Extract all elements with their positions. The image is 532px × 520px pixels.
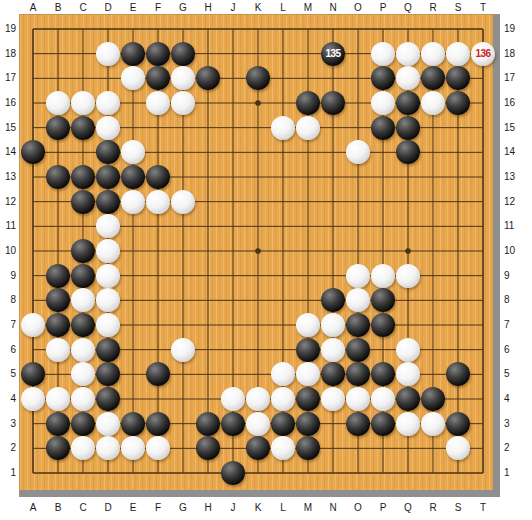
col-label-bottom-E: E (123, 502, 143, 514)
row-label-left-12: 12 (1, 196, 16, 208)
white-stone-D15[interactable] (96, 116, 120, 140)
black-stone-N5[interactable] (321, 362, 345, 386)
col-label-top-E: E (123, 2, 143, 14)
black-stone-S17[interactable] (446, 66, 470, 90)
col-label-top-C: C (73, 2, 93, 14)
white-stone-C2[interactable] (71, 436, 95, 460)
black-stone-P15[interactable] (371, 116, 395, 140)
row-label-right-16: 16 (504, 97, 526, 109)
col-label-top-L: L (273, 2, 293, 14)
col-label-top-T: T (473, 2, 493, 14)
row-label-right-10: 10 (504, 245, 526, 257)
white-stone-Q6[interactable] (396, 338, 420, 362)
black-stone-B9[interactable] (46, 264, 70, 288)
white-stone-F16[interactable] (146, 91, 170, 115)
black-stone-O5[interactable] (346, 362, 370, 386)
white-stone-G12[interactable] (171, 190, 195, 214)
black-stone-F18[interactable] (146, 42, 170, 66)
row-label-right-8: 8 (504, 294, 526, 306)
col-label-bottom-G: G (173, 502, 193, 514)
white-stone-E17[interactable] (121, 66, 145, 90)
white-stone-N7[interactable] (321, 313, 345, 337)
black-stone-B15[interactable] (46, 116, 70, 140)
white-stone-D8[interactable] (96, 288, 120, 312)
black-stone-B2[interactable] (46, 436, 70, 460)
col-label-bottom-O: O (348, 502, 368, 514)
black-stone-L3[interactable] (271, 412, 295, 436)
black-stone-P7[interactable] (371, 313, 395, 337)
white-stone-C16[interactable] (71, 91, 95, 115)
white-stone-N4[interactable] (321, 387, 345, 411)
white-stone-S2[interactable] (446, 436, 470, 460)
white-stone-E14[interactable] (121, 140, 145, 164)
col-label-bottom-B: B (48, 502, 68, 514)
white-stone-J4[interactable] (221, 387, 245, 411)
black-stone-Q16[interactable] (396, 91, 420, 115)
move-number-136: 136 (471, 42, 495, 66)
black-stone-P17[interactable] (371, 66, 395, 90)
col-label-top-Q: Q (398, 2, 418, 14)
black-stone-R4[interactable] (421, 387, 445, 411)
white-stone-Q5[interactable] (396, 362, 420, 386)
white-stone-O9[interactable] (346, 264, 370, 288)
col-label-top-P: P (373, 2, 393, 14)
col-label-bottom-F: F (148, 502, 168, 514)
row-label-right-3: 3 (504, 418, 526, 430)
row-label-left-1: 1 (1, 467, 16, 479)
black-stone-Q4[interactable] (396, 387, 420, 411)
black-stone-F17[interactable] (146, 66, 170, 90)
row-label-left-8: 8 (1, 294, 16, 306)
white-stone-D16[interactable] (96, 91, 120, 115)
white-stone-Q18[interactable] (396, 42, 420, 66)
white-stone-R3[interactable] (421, 412, 445, 436)
white-stone-L5[interactable] (271, 362, 295, 386)
col-label-bottom-L: L (273, 502, 293, 514)
white-stone-C4[interactable] (71, 387, 95, 411)
white-stone-B6[interactable] (46, 338, 70, 362)
col-label-top-K: K (248, 2, 268, 14)
white-stone-B16[interactable] (46, 91, 70, 115)
row-label-right-6: 6 (504, 344, 526, 356)
white-stone-S18[interactable] (446, 42, 470, 66)
white-stone-K4[interactable] (246, 387, 270, 411)
row-label-right-15: 15 (504, 122, 526, 134)
white-stone-B4[interactable] (46, 387, 70, 411)
black-stone-C3[interactable] (71, 412, 95, 436)
col-label-bottom-A: A (23, 502, 43, 514)
col-label-bottom-K: K (248, 502, 268, 514)
black-stone-N8[interactable] (321, 288, 345, 312)
row-label-left-6: 6 (1, 344, 16, 356)
col-label-top-G: G (173, 2, 193, 14)
white-stone-C6[interactable] (71, 338, 95, 362)
white-stone-P16[interactable] (371, 91, 395, 115)
black-stone-E3[interactable] (121, 412, 145, 436)
col-label-top-M: M (298, 2, 318, 14)
black-stone-O3[interactable] (346, 412, 370, 436)
row-label-right-11: 11 (504, 220, 526, 232)
col-label-bottom-P: P (373, 502, 393, 514)
row-label-left-2: 2 (1, 442, 16, 454)
col-label-bottom-T: T (473, 502, 493, 514)
black-stone-S3[interactable] (446, 412, 470, 436)
white-stone-C5[interactable] (71, 362, 95, 386)
black-stone-O7[interactable] (346, 313, 370, 337)
white-stone-O4[interactable] (346, 387, 370, 411)
white-stone-C8[interactable] (71, 288, 95, 312)
black-stone-Q15[interactable] (396, 116, 420, 140)
white-stone-P4[interactable] (371, 387, 395, 411)
col-label-bottom-H: H (198, 502, 218, 514)
white-stone-E2[interactable] (121, 436, 145, 460)
black-stone-G18[interactable] (171, 42, 195, 66)
go-board[interactable]: 135136 (19, 14, 500, 497)
white-stone-N6[interactable] (321, 338, 345, 362)
col-label-top-H: H (198, 2, 218, 14)
black-stone-F5[interactable] (146, 362, 170, 386)
white-stone-L2[interactable] (271, 436, 295, 460)
row-label-right-12: 12 (504, 196, 526, 208)
white-stone-A4[interactable] (21, 387, 45, 411)
move-136-stone[interactable]: 136 (471, 42, 495, 66)
col-label-bottom-D: D (98, 502, 118, 514)
row-label-left-13: 13 (1, 171, 16, 183)
black-stone-S5[interactable] (446, 362, 470, 386)
white-stone-K3[interactable] (246, 412, 270, 436)
white-stone-P9[interactable] (371, 264, 395, 288)
col-label-bottom-M: M (298, 502, 318, 514)
col-label-top-B: B (48, 2, 68, 14)
row-label-right-1: 1 (504, 467, 526, 479)
row-label-right-19: 19 (504, 23, 526, 35)
white-stone-G16[interactable] (171, 91, 195, 115)
col-label-top-O: O (348, 2, 368, 14)
row-label-left-3: 3 (1, 418, 16, 430)
white-stone-Q9[interactable] (396, 264, 420, 288)
white-stone-O14[interactable] (346, 140, 370, 164)
black-stone-H17[interactable] (196, 66, 220, 90)
black-stone-K2[interactable] (246, 436, 270, 460)
black-stone-E13[interactable] (121, 165, 145, 189)
black-stone-O6[interactable] (346, 338, 370, 362)
black-stone-C10[interactable] (71, 239, 95, 263)
row-label-left-14: 14 (1, 146, 16, 158)
black-stone-P8[interactable] (371, 288, 395, 312)
black-stone-D14[interactable] (96, 140, 120, 164)
white-stone-D7[interactable] (96, 313, 120, 337)
white-stone-D18[interactable] (96, 42, 120, 66)
white-stone-L15[interactable] (271, 116, 295, 140)
black-stone-M3[interactable] (296, 412, 320, 436)
black-stone-B13[interactable] (46, 165, 70, 189)
black-stone-B7[interactable] (46, 313, 70, 337)
black-stone-M4[interactable] (296, 387, 320, 411)
row-label-left-7: 7 (1, 319, 16, 331)
row-label-right-7: 7 (504, 319, 526, 331)
black-stone-Q14[interactable] (396, 140, 420, 164)
black-stone-J3[interactable] (221, 412, 245, 436)
white-stone-E12[interactable] (121, 190, 145, 214)
col-label-top-N: N (323, 2, 343, 14)
col-label-top-D: D (98, 2, 118, 14)
col-label-bottom-Q: Q (398, 502, 418, 514)
white-stone-Q3[interactable] (396, 412, 420, 436)
row-label-left-11: 11 (1, 220, 16, 232)
black-stone-H2[interactable] (196, 436, 220, 460)
row-label-left-9: 9 (1, 270, 16, 282)
black-stone-A5[interactable] (21, 362, 45, 386)
row-label-right-17: 17 (504, 72, 526, 84)
white-stone-P18[interactable] (371, 42, 395, 66)
move-135-stone[interactable]: 135 (321, 42, 345, 66)
col-label-bottom-S: S (448, 502, 468, 514)
black-stone-D12[interactable] (96, 190, 120, 214)
white-stone-M7[interactable] (296, 313, 320, 337)
black-stone-E18[interactable] (121, 42, 145, 66)
row-label-right-13: 13 (504, 171, 526, 183)
white-stone-G6[interactable] (171, 338, 195, 362)
move-number-135: 135 (321, 42, 345, 66)
white-stone-M5[interactable] (296, 362, 320, 386)
black-stone-N16[interactable] (321, 91, 345, 115)
black-stone-D13[interactable] (96, 165, 120, 189)
black-stone-B3[interactable] (46, 412, 70, 436)
white-stone-G17[interactable] (171, 66, 195, 90)
black-stone-B8[interactable] (46, 288, 70, 312)
black-stone-D6[interactable] (96, 338, 120, 362)
white-stone-M15[interactable] (296, 116, 320, 140)
row-label-left-18: 18 (1, 48, 16, 60)
black-stone-C13[interactable] (71, 165, 95, 189)
row-label-left-17: 17 (1, 72, 16, 84)
black-stone-K17[interactable] (246, 66, 270, 90)
black-stone-C12[interactable] (71, 190, 95, 214)
col-label-top-F: F (148, 2, 168, 14)
black-stone-C9[interactable] (71, 264, 95, 288)
white-stone-D11[interactable] (96, 214, 120, 238)
col-label-top-S: S (448, 2, 468, 14)
black-stone-C7[interactable] (71, 313, 95, 337)
black-stone-P5[interactable] (371, 362, 395, 386)
black-stone-C15[interactable] (71, 116, 95, 140)
white-stone-D3[interactable] (96, 412, 120, 436)
row-label-right-9: 9 (504, 270, 526, 282)
white-stone-F12[interactable] (146, 190, 170, 214)
row-label-left-10: 10 (1, 245, 16, 257)
black-stone-P3[interactable] (371, 412, 395, 436)
row-label-left-5: 5 (1, 368, 16, 380)
col-label-top-R: R (423, 2, 443, 14)
row-label-right-4: 4 (504, 393, 526, 405)
black-stone-M2[interactable] (296, 436, 320, 460)
black-stone-H3[interactable] (196, 412, 220, 436)
row-label-left-16: 16 (1, 97, 16, 109)
white-stone-R18[interactable] (421, 42, 445, 66)
white-stone-A7[interactable] (21, 313, 45, 337)
row-label-right-14: 14 (504, 146, 526, 158)
white-stone-D10[interactable] (96, 239, 120, 263)
black-stone-M6[interactable] (296, 338, 320, 362)
white-stone-O8[interactable] (346, 288, 370, 312)
col-label-top-J: J (223, 2, 243, 14)
black-stone-M16[interactable] (296, 91, 320, 115)
black-stone-S16[interactable] (446, 91, 470, 115)
black-stone-A14[interactable] (21, 140, 45, 164)
white-stone-Q17[interactable] (396, 66, 420, 90)
black-stone-R17[interactable] (421, 66, 445, 90)
stones-layer: 135136 (20, 15, 493, 490)
white-stone-F2[interactable] (146, 436, 170, 460)
black-stone-F3[interactable] (146, 412, 170, 436)
black-stone-J1[interactable] (221, 461, 245, 485)
row-label-right-18: 18 (504, 48, 526, 60)
go-board-panel: 135136 AABBCCDDEEFFGGHHJJKKLLMMNNOOPPQQR… (0, 0, 532, 520)
row-label-left-4: 4 (1, 393, 16, 405)
white-stone-D2[interactable] (96, 436, 120, 460)
col-label-bottom-N: N (323, 502, 343, 514)
row-label-right-5: 5 (504, 368, 526, 380)
row-label-left-15: 15 (1, 122, 16, 134)
col-label-bottom-R: R (423, 502, 443, 514)
black-stone-D5[interactable] (96, 362, 120, 386)
white-stone-L4[interactable] (271, 387, 295, 411)
col-label-bottom-J: J (223, 502, 243, 514)
col-label-top-A: A (23, 2, 43, 14)
row-label-right-2: 2 (504, 442, 526, 454)
col-label-bottom-C: C (73, 502, 93, 514)
white-stone-R16[interactable] (421, 91, 445, 115)
white-stone-D9[interactable] (96, 264, 120, 288)
black-stone-F13[interactable] (146, 165, 170, 189)
black-stone-D4[interactable] (96, 387, 120, 411)
row-label-left-19: 19 (1, 23, 16, 35)
